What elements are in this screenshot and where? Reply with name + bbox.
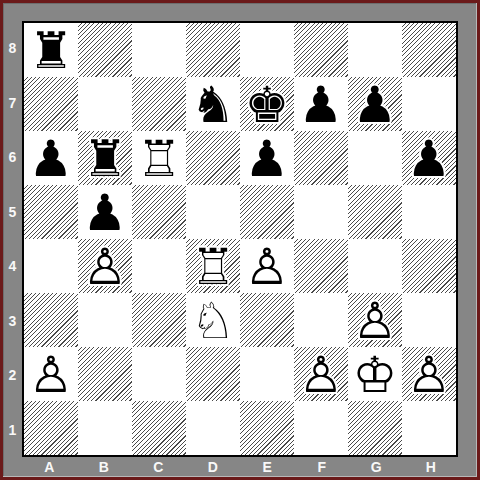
square-g7[interactable]: ♟ [348, 77, 402, 131]
square-c5[interactable] [132, 185, 186, 239]
black-pawn-a6[interactable]: ♟ [24, 131, 78, 185]
chess-board: ♜♞♚♟♟♟♜♜♖♟♟♟♟♙♜♖♟♙♞♘♟♙♟♙♟♙♚♔♟♙ [22, 21, 458, 457]
piece-outline: ♙ [78, 239, 132, 293]
file-label-h: H [404, 457, 459, 477]
rank-label-5: 5 [3, 185, 22, 240]
white-rook-d4[interactable]: ♜♖ [186, 239, 240, 293]
square-g6[interactable] [348, 131, 402, 185]
square-a4[interactable] [24, 239, 78, 293]
black-knight-d7[interactable]: ♞ [186, 77, 240, 131]
square-f1[interactable] [294, 401, 348, 455]
square-d7[interactable]: ♞ [186, 77, 240, 131]
piece-fill: ♜ [24, 23, 78, 77]
square-e5[interactable] [240, 185, 294, 239]
piece-fill: ♟ [240, 131, 294, 185]
file-label-e: E [240, 457, 295, 477]
square-h2[interactable]: ♟♙ [402, 347, 456, 401]
piece-fill: ♟ [402, 131, 456, 185]
square-a1[interactable] [24, 401, 78, 455]
square-e4[interactable]: ♟♙ [240, 239, 294, 293]
piece-fill: ♜ [78, 131, 132, 185]
square-e3[interactable] [240, 293, 294, 347]
piece-outline: ♙ [294, 347, 348, 401]
piece-outline: ♖ [186, 239, 240, 293]
square-h1[interactable] [402, 401, 456, 455]
black-pawn-e6[interactable]: ♟ [240, 131, 294, 185]
square-c8[interactable] [132, 23, 186, 77]
square-g1[interactable] [348, 401, 402, 455]
square-f6[interactable] [294, 131, 348, 185]
square-f3[interactable] [294, 293, 348, 347]
white-pawn-e4[interactable]: ♟♙ [240, 239, 294, 293]
square-b3[interactable] [78, 293, 132, 347]
black-king-e7[interactable]: ♚ [240, 77, 294, 131]
square-c3[interactable] [132, 293, 186, 347]
square-d3[interactable]: ♞♘ [186, 293, 240, 347]
black-rook-b6[interactable]: ♜ [78, 131, 132, 185]
square-a3[interactable] [24, 293, 78, 347]
square-f4[interactable] [294, 239, 348, 293]
black-pawn-h6[interactable]: ♟ [402, 131, 456, 185]
rank-label-7: 7 [3, 76, 22, 131]
square-c2[interactable] [132, 347, 186, 401]
square-b6[interactable]: ♜ [78, 131, 132, 185]
white-knight-d3[interactable]: ♞♘ [186, 293, 240, 347]
piece-fill: ♟ [348, 77, 402, 131]
piece-outline: ♖ [132, 131, 186, 185]
square-e1[interactable] [240, 401, 294, 455]
piece-outline: ♙ [402, 347, 456, 401]
square-f2[interactable]: ♟♙ [294, 347, 348, 401]
file-label-a: A [22, 457, 77, 477]
square-h6[interactable]: ♟ [402, 131, 456, 185]
square-c4[interactable] [132, 239, 186, 293]
square-e7[interactable]: ♚ [240, 77, 294, 131]
rank-label-3: 3 [3, 294, 22, 349]
rank-labels: 87654321 [3, 21, 22, 457]
square-f8[interactable] [294, 23, 348, 77]
file-labels: ABCDEFGH [22, 457, 458, 477]
square-e2[interactable] [240, 347, 294, 401]
file-label-d: D [186, 457, 241, 477]
piece-fill: ♟ [294, 77, 348, 131]
black-rook-a8[interactable]: ♜ [24, 23, 78, 77]
white-pawn-b4[interactable]: ♟♙ [78, 239, 132, 293]
square-a6[interactable]: ♟ [24, 131, 78, 185]
file-label-c: C [131, 457, 186, 477]
file-label-b: B [77, 457, 132, 477]
square-h7[interactable] [402, 77, 456, 131]
square-d1[interactable] [186, 401, 240, 455]
square-h4[interactable] [402, 239, 456, 293]
square-c6[interactable]: ♜♖ [132, 131, 186, 185]
square-g4[interactable] [348, 239, 402, 293]
black-pawn-g7[interactable]: ♟ [348, 77, 402, 131]
square-b8[interactable] [78, 23, 132, 77]
square-c7[interactable] [132, 77, 186, 131]
piece-outline: ♔ [348, 347, 402, 401]
square-a5[interactable] [24, 185, 78, 239]
square-d4[interactable]: ♜♖ [186, 239, 240, 293]
square-c1[interactable] [132, 401, 186, 455]
square-d2[interactable] [186, 347, 240, 401]
black-pawn-b5[interactable]: ♟ [78, 185, 132, 239]
rank-label-2: 2 [3, 348, 22, 403]
square-d6[interactable] [186, 131, 240, 185]
square-e6[interactable]: ♟ [240, 131, 294, 185]
square-b4[interactable]: ♟♙ [78, 239, 132, 293]
square-a7[interactable] [24, 77, 78, 131]
square-a8[interactable]: ♜ [24, 23, 78, 77]
piece-outline: ♙ [24, 347, 78, 401]
black-pawn-f7[interactable]: ♟ [294, 77, 348, 131]
square-g2[interactable]: ♚♔ [348, 347, 402, 401]
white-pawn-f2[interactable]: ♟♙ [294, 347, 348, 401]
rank-label-1: 1 [3, 403, 22, 458]
rank-label-6: 6 [3, 130, 22, 185]
square-b5[interactable]: ♟ [78, 185, 132, 239]
square-e8[interactable] [240, 23, 294, 77]
square-h5[interactable] [402, 185, 456, 239]
file-label-g: G [349, 457, 404, 477]
square-g8[interactable] [348, 23, 402, 77]
piece-outline: ♙ [348, 293, 402, 347]
square-h3[interactable] [402, 293, 456, 347]
square-g3[interactable]: ♟♙ [348, 293, 402, 347]
file-label-f: F [295, 457, 350, 477]
piece-fill: ♟ [78, 185, 132, 239]
square-b1[interactable] [78, 401, 132, 455]
white-pawn-g3[interactable]: ♟♙ [348, 293, 402, 347]
piece-fill: ♞ [186, 77, 240, 131]
square-a2[interactable]: ♟♙ [24, 347, 78, 401]
square-h8[interactable] [402, 23, 456, 77]
rank-label-8: 8 [3, 21, 22, 76]
white-pawn-h2[interactable]: ♟♙ [402, 347, 456, 401]
rank-label-4: 4 [3, 239, 22, 294]
square-b7[interactable] [78, 77, 132, 131]
square-b2[interactable] [78, 347, 132, 401]
square-g5[interactable] [348, 185, 402, 239]
piece-fill: ♚ [240, 77, 294, 131]
square-d5[interactable] [186, 185, 240, 239]
white-pawn-a2[interactable]: ♟♙ [24, 347, 78, 401]
board-frame: 87654321 ♜♞♚♟♟♟♜♜♖♟♟♟♟♙♜♖♟♙♞♘♟♙♟♙♟♙♚♔♟♙ … [0, 0, 480, 480]
square-f5[interactable] [294, 185, 348, 239]
piece-outline: ♙ [240, 239, 294, 293]
piece-fill: ♟ [24, 131, 78, 185]
square-f7[interactable]: ♟ [294, 77, 348, 131]
white-king-g2[interactable]: ♚♔ [348, 347, 402, 401]
white-rook-c6[interactable]: ♜♖ [132, 131, 186, 185]
square-d8[interactable] [186, 23, 240, 77]
piece-outline: ♘ [186, 293, 240, 347]
